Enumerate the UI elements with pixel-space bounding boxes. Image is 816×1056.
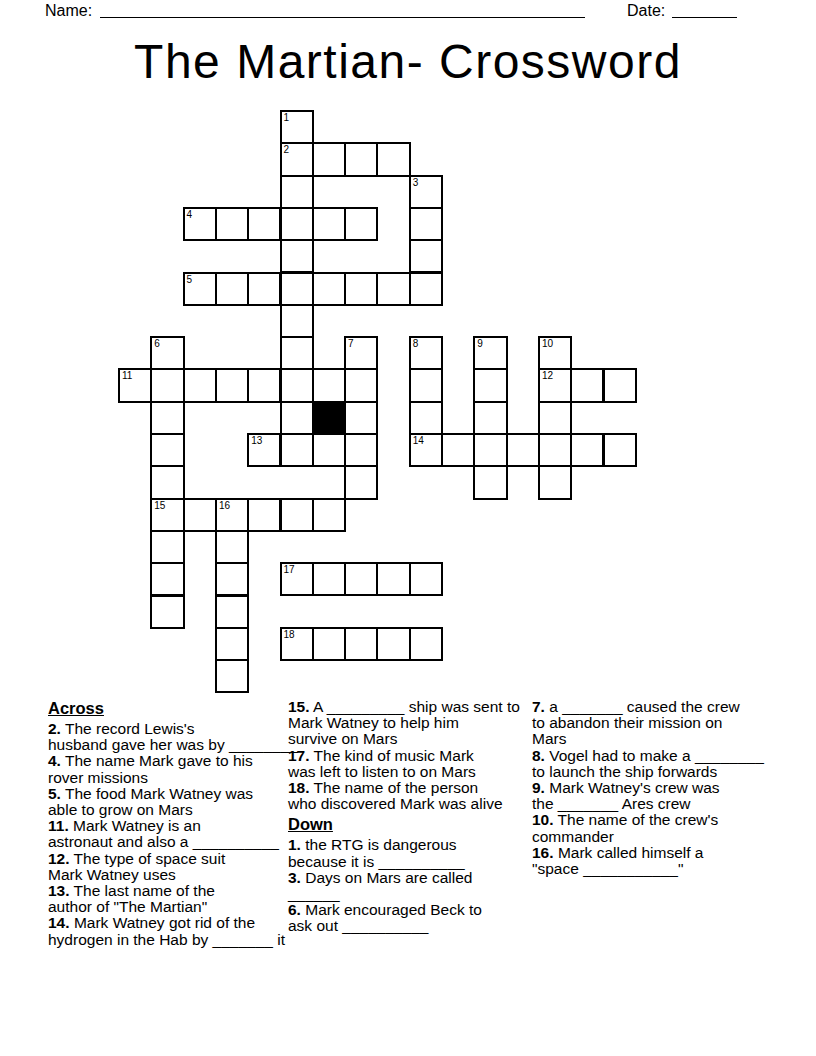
clue-text: The type of space suit Mark Watney uses	[48, 850, 225, 883]
grid-cell[interactable]	[312, 142, 346, 176]
clue-down-3: 3. Days on Mars are called ______	[288, 870, 540, 902]
grid-cell[interactable]	[280, 368, 314, 402]
clue-text: Days on Mars are called ______	[288, 869, 472, 902]
grid-cell[interactable]	[538, 465, 572, 499]
grid-cell[interactable]: 10	[538, 336, 572, 370]
cell-number: 10	[542, 338, 553, 349]
grid-cell[interactable]	[376, 142, 410, 176]
down-heading: Down	[288, 815, 540, 833]
grid-cell[interactable]	[312, 207, 346, 241]
grid-cell[interactable]: 13	[247, 433, 281, 467]
grid-cell[interactable]	[150, 368, 184, 402]
grid-cell[interactable]	[215, 207, 249, 241]
clue-number: 10.	[532, 811, 554, 828]
grid-cell[interactable]	[312, 627, 346, 661]
date-blank-line[interactable]	[672, 17, 737, 18]
grid-cell[interactable]	[312, 272, 346, 306]
grid-cell[interactable]	[280, 498, 314, 532]
grid-cell[interactable]	[570, 368, 604, 402]
grid-cell[interactable]	[344, 465, 378, 499]
cell-number: 16	[219, 500, 230, 511]
clue-number: 8.	[532, 747, 545, 764]
clue-text: Mark Watney got rid of the hydrogen in t…	[48, 914, 285, 947]
clue-column-middle: 15. A _________ ship was sent to Mark Wa…	[288, 699, 540, 935]
clue-text: Mark Watney is an astronaut and also a _…	[48, 817, 279, 850]
cell-number: 6	[154, 338, 160, 349]
grid-cell[interactable]: 4	[183, 207, 217, 241]
grid-cell[interactable]	[538, 433, 572, 467]
grid-cell[interactable]	[150, 530, 184, 564]
date-label: Date:	[627, 2, 665, 20]
grid-cell[interactable]	[215, 562, 249, 596]
clue-text: The last name of the author of "The Mart…	[48, 882, 215, 915]
clue-across-4: 4. The name Mark gave to his rover missi…	[48, 753, 300, 785]
grid-cell[interactable]: 7	[344, 336, 378, 370]
cell-number: 18	[284, 629, 295, 640]
cell-number: 4	[187, 209, 193, 220]
grid-cell[interactable]	[344, 627, 378, 661]
grid-cell[interactable]: 6	[150, 336, 184, 370]
clue-number: 12.	[48, 850, 70, 867]
cell-number: 5	[187, 274, 193, 285]
grid-cell[interactable]	[215, 627, 249, 661]
clue-text: The name of the person who discovered Ma…	[288, 779, 503, 812]
clue-number: 15.	[288, 698, 310, 715]
cell-number: 1	[284, 112, 290, 123]
grid-cell[interactable]	[280, 433, 314, 467]
clue-down-9: 9. Mark Watney's crew was the _______ Ar…	[532, 780, 768, 812]
grid-cell[interactable]	[409, 239, 443, 273]
grid-cell[interactable]	[150, 595, 184, 629]
cell-number: 13	[251, 435, 262, 446]
grid-cell[interactable]	[409, 401, 443, 435]
grid-cell[interactable]	[603, 433, 637, 467]
clue-down-16: 16. Mark called himself a "space _______…	[532, 845, 768, 877]
name-blank-line[interactable]	[100, 17, 585, 18]
clue-across-17: 17. The kind of music Mark was left to l…	[288, 748, 540, 780]
grid-cell[interactable]	[280, 304, 314, 338]
grid-cell[interactable]	[215, 595, 249, 629]
grid-cell[interactable]	[344, 272, 378, 306]
grid-cell[interactable]	[150, 562, 184, 596]
grid-cell[interactable]	[312, 498, 346, 532]
grid-cell[interactable]	[506, 433, 540, 467]
clue-across-18: 18. The name of the person who discovere…	[288, 780, 540, 812]
clue-text: The name of the crew's commander	[532, 811, 718, 844]
clue-text: The record Lewis's husband gave her was …	[48, 720, 298, 753]
clue-number: 2.	[48, 720, 61, 737]
clue-text: Mark Watney's crew was the _______ Ares …	[532, 779, 720, 812]
across-heading: Across	[48, 699, 300, 717]
grid-cell[interactable]	[538, 401, 572, 435]
grid-cell[interactable]	[409, 368, 443, 402]
clue-number: 18.	[288, 779, 310, 796]
grid-cell[interactable]	[344, 401, 378, 435]
clue-down-10: 10. The name of the crew's commander	[532, 812, 768, 844]
clue-number: 13.	[48, 882, 70, 899]
grid-cell[interactable]: 5	[183, 272, 217, 306]
clue-number: 6.	[288, 901, 301, 918]
clue-number: 17.	[288, 747, 310, 764]
grid-cell[interactable]	[150, 465, 184, 499]
grid-cell[interactable]	[215, 530, 249, 564]
clue-number: 7.	[532, 698, 545, 715]
grid-cell[interactable]: 2	[280, 142, 314, 176]
grid-cell[interactable]	[376, 272, 410, 306]
grid-cell[interactable]	[409, 207, 443, 241]
cell-number: 15	[154, 500, 165, 511]
grid-cell[interactable]: 3	[409, 175, 443, 209]
grid-cell[interactable]	[247, 498, 281, 532]
clue-across-14: 14. Mark Watney got rid of the hydrogen …	[48, 915, 300, 947]
grid-cell[interactable]	[376, 627, 410, 661]
grid-cell[interactable]	[280, 336, 314, 370]
clue-down-6: 6. Mark encouraged Beck to ask out _____…	[288, 902, 540, 934]
grid-cell[interactable]	[280, 272, 314, 306]
grid-cell[interactable]	[312, 562, 346, 596]
clue-number: 5.	[48, 785, 61, 802]
clue-text: the RTG is dangerous because it is _____…	[288, 836, 465, 869]
grid-cell[interactable]	[344, 433, 378, 467]
clue-across-15: 15. A _________ ship was sent to Mark Wa…	[288, 699, 540, 748]
clue-text: The kind of music Mark was left to liste…	[288, 747, 476, 780]
grid-cell[interactable]: 9	[473, 336, 507, 370]
clue-number: 3.	[288, 869, 301, 886]
clue-number: 9.	[532, 779, 545, 796]
grid-cell[interactable]	[473, 401, 507, 435]
worksheet-page: Name: Date: The Martian- Crossword 12345…	[0, 0, 816, 1056]
grid-cell[interactable]	[473, 433, 507, 467]
grid-cell[interactable]	[603, 368, 637, 402]
name-label: Name:	[45, 2, 92, 20]
grid-cell[interactable]	[473, 368, 507, 402]
clue-text: Vogel had to make a ________ to launch t…	[532, 747, 764, 780]
grid-cell[interactable]: 17	[280, 562, 314, 596]
grid-cell[interactable]	[409, 272, 443, 306]
grid-cell[interactable]	[215, 272, 249, 306]
clue-number: 4.	[48, 752, 61, 769]
grid-cell[interactable]	[150, 401, 184, 435]
grid-cell[interactable]	[215, 659, 249, 693]
grid-cell[interactable]: 1	[280, 110, 314, 144]
grid-cell[interactable]	[344, 368, 378, 402]
clue-across-12: 12. The type of space suit Mark Watney u…	[48, 851, 300, 883]
grid-cell[interactable]	[473, 465, 507, 499]
grid-cell[interactable]	[247, 368, 281, 402]
cell-number: 8	[413, 338, 419, 349]
cell-number: 9	[477, 338, 483, 349]
black-cell	[312, 401, 346, 435]
grid-cell[interactable]	[570, 433, 604, 467]
grid-cell[interactable]	[150, 433, 184, 467]
grid-cell[interactable]: 18	[280, 627, 314, 661]
grid-cell[interactable]	[280, 207, 314, 241]
grid-cell[interactable]	[280, 239, 314, 273]
clue-down-7: 7. a _______ caused the crew to abandon …	[532, 699, 768, 748]
clue-text: a _______ caused the crew to abandon the…	[532, 698, 740, 747]
clue-across-11: 11. Mark Watney is an astronaut and also…	[48, 818, 300, 850]
cell-number: 3	[413, 177, 419, 188]
grid-cell[interactable]: 11	[118, 368, 152, 402]
grid-cell[interactable]: 15	[150, 498, 184, 532]
grid-cell[interactable]	[247, 207, 281, 241]
clue-text: Mark encouraged Beck to ask out ________…	[288, 901, 482, 934]
grid-cell[interactable]	[376, 562, 410, 596]
grid-cell[interactable]: 14	[409, 433, 443, 467]
grid-cell[interactable]	[344, 142, 378, 176]
clue-number: 11.	[48, 817, 69, 834]
clue-text: The name Mark gave to his rover missions	[48, 752, 253, 785]
cell-number: 11	[122, 370, 132, 381]
clue-text: The food Mark Watney was able to grow on…	[48, 785, 253, 818]
grid-cell[interactable]: 12	[538, 368, 572, 402]
grid-cell[interactable]	[312, 433, 346, 467]
grid-cell[interactable]: 8	[409, 336, 443, 370]
grid-cell[interactable]	[215, 368, 249, 402]
clue-text: Mark called himself a "space ___________…	[532, 844, 703, 877]
cell-number: 7	[348, 338, 354, 349]
grid-cell[interactable]	[312, 368, 346, 402]
grid-cell[interactable]	[183, 368, 217, 402]
clue-column-down: 7. a _______ caused the crew to abandon …	[532, 699, 768, 877]
cell-number: 17	[284, 564, 295, 575]
grid-cell[interactable]	[441, 433, 475, 467]
page-title: The Martian- Crossword	[0, 34, 816, 90]
grid-cell[interactable]	[409, 562, 443, 596]
clue-number: 14.	[48, 914, 70, 931]
clue-column-across: Across2. The record Lewis's husband gave…	[48, 699, 300, 948]
clue-across-13: 13. The last name of the author of "The …	[48, 883, 300, 915]
clue-across-2: 2. The record Lewis's husband gave her w…	[48, 721, 300, 753]
grid-cell[interactable]	[409, 627, 443, 661]
grid-cell[interactable]	[247, 272, 281, 306]
grid-cell[interactable]	[280, 401, 314, 435]
grid-cell[interactable]	[344, 207, 378, 241]
grid-cell[interactable]: 16	[215, 498, 249, 532]
clue-across-5: 5. The food Mark Watney was able to grow…	[48, 786, 300, 818]
grid-cell[interactable]	[280, 175, 314, 209]
grid-cell[interactable]	[344, 562, 378, 596]
grid-cell[interactable]	[183, 498, 217, 532]
clue-number: 1.	[288, 836, 301, 853]
clue-text: A _________ ship was sent to Mark Watney…	[288, 698, 520, 747]
cell-number: 14	[413, 435, 424, 446]
cell-number: 2	[284, 144, 290, 155]
crossword-grid: 123456789101112131415161718	[118, 110, 638, 695]
clue-down-8: 8. Vogel had to make a ________ to launc…	[532, 748, 768, 780]
cell-number: 12	[542, 370, 553, 381]
clue-number: 16.	[532, 844, 554, 861]
clue-down-1: 1. the RTG is dangerous because it is __…	[288, 837, 540, 869]
